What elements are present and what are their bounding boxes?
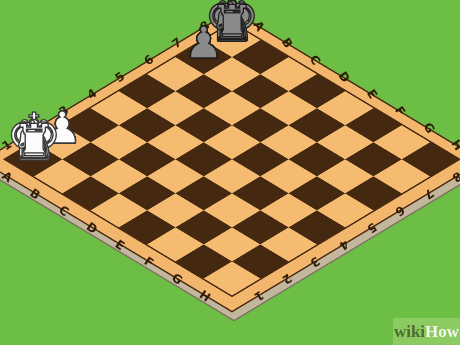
pieces-layer: ♜♞♝♛♚♝♞♜♟♟♟♟♟♟♟♟♟♟♟♟♟♟♟♟♜♞♝♛♚♝♞♜ [0,0,460,345]
illustration: 12345678ABCDEFGH12345678ABCDEFGH ♜♞♝♛♚♝♞… [0,0,460,345]
piece-white-rook-a1[interactable]: ♜ [12,118,57,168]
wikihow-watermark: wikiHow [393,318,460,345]
piece-black-pawn-a7[interactable]: ♟ [184,21,223,65]
watermark-how-text: How [425,322,459,342]
chess-scene: 12345678ABCDEFGH12345678ABCDEFGH ♜♞♝♛♚♝♞… [0,0,460,345]
watermark-wiki-text: wiki [394,322,425,342]
